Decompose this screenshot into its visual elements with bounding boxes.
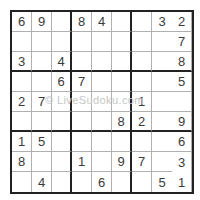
cell-r7c1[interactable]: 1 — [12, 132, 32, 152]
cell-r4c9[interactable]: 5 — [172, 72, 192, 92]
cell-r2c2[interactable] — [32, 32, 52, 52]
cell-r1c8[interactable]: 3 — [152, 12, 172, 32]
cell-r9c5[interactable]: 6 — [92, 172, 112, 192]
cell-r8c5[interactable] — [92, 152, 112, 172]
cell-r5c7[interactable]: 1 — [132, 92, 152, 112]
cell-r7c3[interactable] — [52, 132, 72, 152]
cell-r2c5[interactable] — [92, 32, 112, 52]
cell-r6c5[interactable] — [92, 112, 112, 132]
cell-r4c1[interactable] — [12, 72, 32, 92]
cell-r4c8[interactable] — [152, 72, 172, 92]
cell-r4c5[interactable] — [92, 72, 112, 92]
cell-r1c5[interactable]: 4 — [92, 12, 112, 32]
cell-r9c7[interactable] — [132, 172, 152, 192]
cell-r7c5[interactable] — [92, 132, 112, 152]
cell-r7c6[interactable] — [112, 132, 132, 152]
cell-r3c4[interactable] — [72, 52, 92, 72]
cell-r8c9[interactable]: 3 — [172, 152, 192, 172]
cell-r6c8[interactable] — [152, 112, 172, 132]
cell-r3c2[interactable] — [32, 52, 52, 72]
cell-r9c3[interactable] — [52, 172, 72, 192]
cell-r9c4[interactable] — [72, 172, 92, 192]
cell-r3c6[interactable] — [112, 52, 132, 72]
cell-r1c6[interactable] — [112, 12, 132, 32]
cell-r2c6[interactable] — [112, 32, 132, 52]
cell-r8c2[interactable] — [32, 152, 52, 172]
sudoku-board: © LiveSudoku.com 69843273486752718291568… — [10, 10, 194, 194]
cell-r7c9[interactable]: 6 — [172, 132, 192, 152]
cell-r3c3[interactable]: 4 — [52, 52, 72, 72]
cell-r3c9[interactable]: 8 — [172, 52, 192, 72]
cell-r8c4[interactable]: 1 — [72, 152, 92, 172]
cell-r8c8[interactable] — [152, 152, 172, 172]
cell-r6c6[interactable]: 8 — [112, 112, 132, 132]
cell-r2c7[interactable] — [132, 32, 152, 52]
cell-r5c3[interactable] — [52, 92, 72, 112]
cell-r8c6[interactable]: 9 — [112, 152, 132, 172]
cell-r1c7[interactable] — [132, 12, 152, 32]
cell-r2c8[interactable] — [152, 32, 172, 52]
cell-r5c5[interactable] — [92, 92, 112, 112]
cell-r6c1[interactable] — [12, 112, 32, 132]
cell-r2c1[interactable] — [12, 32, 32, 52]
cell-r5c4[interactable] — [72, 92, 92, 112]
cell-r9c9[interactable]: 1 — [172, 172, 192, 192]
cell-r3c1[interactable]: 3 — [12, 52, 32, 72]
cell-r7c8[interactable] — [152, 132, 172, 152]
cell-r9c1[interactable] — [12, 172, 32, 192]
cell-r8c3[interactable] — [52, 152, 72, 172]
sudoku-page: © LiveSudoku.com 69843273486752718291568… — [0, 0, 200, 200]
cell-r7c7[interactable] — [132, 132, 152, 152]
cell-r1c9[interactable]: 2 — [172, 12, 192, 32]
cell-r3c7[interactable] — [132, 52, 152, 72]
cell-r6c2[interactable] — [32, 112, 52, 132]
cell-r7c2[interactable]: 5 — [32, 132, 52, 152]
cell-r1c2[interactable]: 9 — [32, 12, 52, 32]
cell-r3c5[interactable] — [92, 52, 112, 72]
cell-r4c4[interactable]: 7 — [72, 72, 92, 92]
cell-r7c4[interactable] — [72, 132, 92, 152]
cell-r1c1[interactable]: 6 — [12, 12, 32, 32]
cell-r6c4[interactable] — [72, 112, 92, 132]
cell-r4c6[interactable] — [112, 72, 132, 92]
cell-r2c9[interactable]: 7 — [172, 32, 192, 52]
cell-r9c6[interactable] — [112, 172, 132, 192]
cell-r6c3[interactable] — [52, 112, 72, 132]
cell-r1c3[interactable] — [52, 12, 72, 32]
cell-r5c9[interactable] — [172, 92, 192, 112]
cell-r5c2[interactable]: 7 — [32, 92, 52, 112]
cell-r9c8[interactable]: 5 — [152, 172, 172, 192]
cell-r5c1[interactable]: 2 — [12, 92, 32, 112]
cell-r4c7[interactable] — [132, 72, 152, 92]
cell-r9c2[interactable]: 4 — [32, 172, 52, 192]
cell-r5c8[interactable] — [152, 92, 172, 112]
cell-r4c3[interactable]: 6 — [52, 72, 72, 92]
cell-r5c6[interactable] — [112, 92, 132, 112]
cell-r6c9[interactable]: 9 — [172, 112, 192, 132]
cell-r6c7[interactable]: 2 — [132, 112, 152, 132]
cell-r4c2[interactable] — [32, 72, 52, 92]
cell-r8c7[interactable]: 7 — [132, 152, 152, 172]
cell-r3c8[interactable] — [152, 52, 172, 72]
cell-r2c4[interactable] — [72, 32, 92, 52]
cell-r1c4[interactable]: 8 — [72, 12, 92, 32]
cell-r8c1[interactable]: 8 — [12, 152, 32, 172]
cell-r2c3[interactable] — [52, 32, 72, 52]
